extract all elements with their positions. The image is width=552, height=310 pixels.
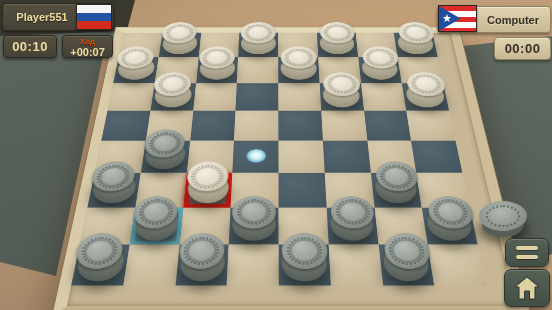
square-d8[interactable]: [238, 33, 278, 57]
square-d7[interactable]: [237, 57, 278, 83]
square-g1[interactable]: [378, 245, 434, 286]
computer-clock: 00:00: [494, 37, 551, 60]
white-man-f8[interactable]: [319, 22, 356, 43]
square-f5[interactable]: [321, 111, 367, 141]
dark-man-d2[interactable]: [232, 196, 276, 229]
menu-icon: [516, 246, 538, 250]
square-h4[interactable]: [411, 141, 462, 173]
dark-man-c1[interactable]: [178, 233, 226, 269]
dark-man-b4[interactable]: [143, 129, 187, 157]
white-man-c7[interactable]: [198, 46, 236, 69]
white-man-b6[interactable]: [152, 72, 192, 96]
game-screen: { "game": "checkers", "variant": "Russia…: [0, 0, 552, 310]
russia-flag: [76, 4, 112, 30]
square-c6[interactable]: [193, 83, 237, 111]
move-hint-dot[interactable]: [246, 149, 266, 163]
player-name: Player551: [3, 4, 81, 30]
square-b2[interactable]: [129, 207, 183, 244]
dark-man-e1[interactable]: [282, 233, 328, 269]
computer-name: Computer: [476, 7, 550, 32]
white-man-d8[interactable]: [241, 22, 276, 43]
white-man-e7[interactable]: [281, 46, 318, 69]
square-e4[interactable]: [278, 141, 324, 173]
square-b1[interactable]: [123, 245, 179, 286]
square-e3[interactable]: [279, 173, 327, 208]
square-e5[interactable]: [278, 111, 322, 141]
square-e1[interactable]: [279, 245, 331, 286]
square-f4[interactable]: [323, 141, 371, 173]
square-d1[interactable]: [227, 245, 279, 286]
dark-man-a3[interactable]: [89, 161, 136, 191]
board-frame: [52, 27, 531, 310]
square-d2[interactable]: [229, 207, 279, 244]
square-e7[interactable]: [278, 57, 319, 83]
square-c7[interactable]: [196, 57, 239, 83]
square-a3[interactable]: [87, 173, 140, 208]
flag-star: ★: [442, 13, 452, 24]
square-d5[interactable]: [234, 111, 278, 141]
player-clock: 00:10: [3, 35, 57, 58]
square-h2[interactable]: [422, 207, 478, 244]
checkers-board[interactable]: [71, 33, 486, 286]
square-d4[interactable]: [233, 141, 279, 173]
menu-button[interactable]: [505, 238, 549, 267]
white-man-f6[interactable]: [322, 72, 361, 96]
move-timer-label: Ход: [63, 38, 112, 46]
square-a6[interactable]: [108, 83, 155, 111]
white-man-h8[interactable]: [397, 22, 436, 43]
square-d6[interactable]: [236, 83, 279, 111]
square-f1[interactable]: [328, 245, 382, 286]
square-b4[interactable]: [141, 141, 190, 173]
square-f6[interactable]: [319, 83, 363, 111]
square-h8[interactable]: [394, 33, 438, 57]
captured-dark-piece: [479, 201, 527, 231]
square-a5[interactable]: [101, 111, 150, 141]
square-h6[interactable]: [402, 83, 449, 111]
square-g6[interactable]: [361, 83, 407, 111]
square-b6[interactable]: [150, 83, 196, 111]
square-g7[interactable]: [358, 57, 402, 83]
square-b8[interactable]: [159, 33, 201, 57]
move-timer-panel: Ход +00:07: [62, 35, 113, 58]
square-g3[interactable]: [370, 173, 422, 208]
white-man-b8[interactable]: [160, 22, 198, 43]
square-f2[interactable]: [326, 207, 378, 244]
square-a7[interactable]: [113, 57, 158, 83]
puerto-rico-flag: ★: [438, 5, 477, 32]
square-c1[interactable]: [175, 245, 229, 286]
square-e6[interactable]: [278, 83, 321, 111]
square-a1[interactable]: [71, 245, 129, 286]
move-timer-value: +00:07: [63, 47, 112, 58]
square-h5[interactable]: [406, 111, 455, 141]
home-button[interactable]: [504, 269, 550, 307]
square-c3[interactable]: [183, 173, 233, 208]
home-icon: [514, 276, 540, 300]
square-f8[interactable]: [317, 33, 358, 57]
dark-man-g3[interactable]: [374, 161, 420, 191]
square-g5[interactable]: [364, 111, 411, 141]
square-c5[interactable]: [190, 111, 236, 141]
square-h1[interactable]: [428, 245, 486, 286]
white-man-c3[interactable]: [185, 161, 229, 191]
